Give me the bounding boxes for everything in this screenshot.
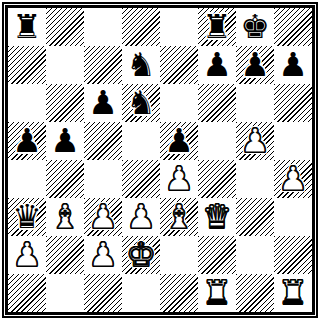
- square-c4[interactable]: [84, 160, 122, 198]
- square-g6[interactable]: [236, 84, 274, 122]
- square-e5[interactable]: ♟: [160, 122, 198, 160]
- square-b7[interactable]: [46, 46, 84, 84]
- square-d1[interactable]: [122, 274, 160, 312]
- square-d6[interactable]: ♞: [122, 84, 160, 122]
- square-d5[interactable]: [122, 122, 160, 160]
- piece-black-pawn: ♟: [236, 45, 274, 83]
- piece-black-rook: ♜: [198, 7, 236, 45]
- piece-white-rook: ♜: [274, 273, 312, 311]
- piece-black-pawn: ♟: [46, 121, 84, 159]
- square-h4[interactable]: ♟: [274, 160, 312, 198]
- piece-white-pawn: ♟: [84, 197, 122, 235]
- square-h6[interactable]: [274, 84, 312, 122]
- square-c5[interactable]: [84, 122, 122, 160]
- piece-white-pawn: ♟: [274, 159, 312, 197]
- piece-black-pawn: ♟: [84, 83, 122, 121]
- piece-white-pawn: ♟: [122, 197, 160, 235]
- board-frame: ♜♜♚♞♟♟♟♟♞♟♟♟♟♟♟♛♝♟♟♝♛♟♟♚♜♜: [5, 5, 315, 315]
- piece-black-pawn: ♟: [274, 45, 312, 83]
- square-c2[interactable]: ♟: [84, 236, 122, 274]
- square-c7[interactable]: [84, 46, 122, 84]
- piece-black-pawn: ♟: [198, 45, 236, 83]
- square-f7[interactable]: ♟: [198, 46, 236, 84]
- square-g4[interactable]: [236, 160, 274, 198]
- square-f2[interactable]: [198, 236, 236, 274]
- piece-white-king: ♚: [122, 235, 160, 273]
- square-f3[interactable]: ♛: [198, 198, 236, 236]
- piece-black-pawn: ♟: [160, 121, 198, 159]
- square-b2[interactable]: [46, 236, 84, 274]
- square-d4[interactable]: [122, 160, 160, 198]
- square-c8[interactable]: [84, 8, 122, 46]
- piece-white-bishop: ♝: [160, 197, 198, 235]
- square-e2[interactable]: [160, 236, 198, 274]
- square-c3[interactable]: ♟: [84, 198, 122, 236]
- piece-white-pawn: ♟: [8, 235, 46, 273]
- piece-black-queen: ♛: [8, 197, 46, 235]
- piece-white-pawn: ♟: [236, 121, 274, 159]
- square-h5[interactable]: [274, 122, 312, 160]
- square-h8[interactable]: [274, 8, 312, 46]
- square-g2[interactable]: [236, 236, 274, 274]
- piece-black-knight: ♞: [122, 45, 160, 83]
- chess-board: ♜♜♚♞♟♟♟♟♞♟♟♟♟♟♟♛♝♟♟♝♛♟♟♚♜♜: [8, 8, 312, 312]
- square-f5[interactable]: [198, 122, 236, 160]
- square-d2[interactable]: ♚: [122, 236, 160, 274]
- square-b6[interactable]: [46, 84, 84, 122]
- square-a6[interactable]: [8, 84, 46, 122]
- piece-white-pawn: ♟: [84, 235, 122, 273]
- square-g8[interactable]: ♚: [236, 8, 274, 46]
- square-h7[interactable]: ♟: [274, 46, 312, 84]
- piece-white-queen: ♛: [198, 197, 236, 235]
- square-f8[interactable]: ♜: [198, 8, 236, 46]
- square-e7[interactable]: [160, 46, 198, 84]
- square-f6[interactable]: [198, 84, 236, 122]
- piece-black-rook: ♜: [8, 7, 46, 45]
- square-b5[interactable]: ♟: [46, 122, 84, 160]
- square-a7[interactable]: [8, 46, 46, 84]
- square-e8[interactable]: [160, 8, 198, 46]
- square-e1[interactable]: [160, 274, 198, 312]
- square-h2[interactable]: [274, 236, 312, 274]
- piece-white-pawn: ♟: [160, 159, 198, 197]
- chess-diagram: ♜♜♚♞♟♟♟♟♞♟♟♟♟♟♟♛♝♟♟♝♛♟♟♚♜♜: [2, 2, 318, 318]
- square-d8[interactable]: [122, 8, 160, 46]
- piece-black-king: ♚: [236, 7, 274, 45]
- square-b4[interactable]: [46, 160, 84, 198]
- square-b8[interactable]: [46, 8, 84, 46]
- piece-white-bishop: ♝: [46, 197, 84, 235]
- square-g1[interactable]: [236, 274, 274, 312]
- square-e3[interactable]: ♝: [160, 198, 198, 236]
- square-g5[interactable]: ♟: [236, 122, 274, 160]
- square-d3[interactable]: ♟: [122, 198, 160, 236]
- square-a8[interactable]: ♜: [8, 8, 46, 46]
- square-h3[interactable]: [274, 198, 312, 236]
- square-h1[interactable]: ♜: [274, 274, 312, 312]
- square-g3[interactable]: [236, 198, 274, 236]
- square-b3[interactable]: ♝: [46, 198, 84, 236]
- square-a5[interactable]: ♟: [8, 122, 46, 160]
- piece-white-rook: ♜: [198, 273, 236, 311]
- square-f4[interactable]: [198, 160, 236, 198]
- piece-black-knight: ♞: [122, 83, 160, 121]
- square-g7[interactable]: ♟: [236, 46, 274, 84]
- square-a4[interactable]: [8, 160, 46, 198]
- square-b1[interactable]: [46, 274, 84, 312]
- square-c6[interactable]: ♟: [84, 84, 122, 122]
- square-a2[interactable]: ♟: [8, 236, 46, 274]
- square-f1[interactable]: ♜: [198, 274, 236, 312]
- square-a1[interactable]: [8, 274, 46, 312]
- square-e6[interactable]: [160, 84, 198, 122]
- square-d7[interactable]: ♞: [122, 46, 160, 84]
- piece-black-pawn: ♟: [8, 121, 46, 159]
- square-c1[interactable]: [84, 274, 122, 312]
- square-a3[interactable]: ♛: [8, 198, 46, 236]
- square-e4[interactable]: ♟: [160, 160, 198, 198]
